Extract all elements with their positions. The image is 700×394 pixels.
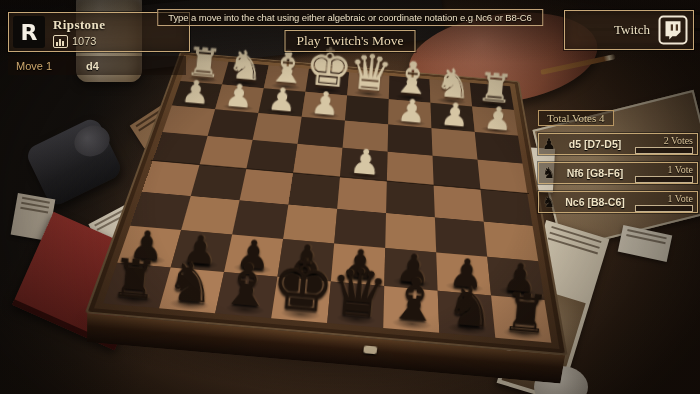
black-knight: ♞: [443, 280, 495, 335]
ripstone-logo: R: [13, 16, 45, 48]
black-bishop: ♝: [385, 271, 442, 331]
white-pawn: ♟: [309, 87, 340, 119]
square-g8[interactable]: ♞: [159, 267, 224, 313]
black-player-panel: Twitch: [564, 10, 694, 50]
knight-icon: ♞: [539, 195, 559, 210]
square-h2[interactable]: ♟: [172, 81, 222, 109]
square-d5[interactable]: [337, 177, 387, 213]
black-king: ♚: [268, 249, 337, 321]
play-twitch-move-button[interactable]: Play Twitch's Move: [285, 30, 416, 52]
square-c5[interactable]: [386, 181, 435, 217]
square-d4[interactable]: ♟: [340, 148, 388, 181]
square-c2[interactable]: ♟: [388, 99, 431, 128]
square-e5[interactable]: [288, 173, 340, 209]
vote-option-row[interactable]: ♞ Nf6 [G8-F6] 1 Vote: [538, 162, 698, 184]
white-pawn: ♟: [348, 144, 381, 179]
vote-count: 1 Vote: [668, 164, 693, 175]
votes-panel: Total Votes 4 ♟ d5 [D7-D5] 2 Votes ♞ Nf6…: [538, 108, 698, 213]
black-player-name: Twitch: [614, 22, 650, 38]
votes-header: Total Votes 4: [538, 110, 614, 126]
rating-icon: [53, 35, 68, 48]
square-c3[interactable]: [388, 124, 433, 155]
square-e3[interactable]: [298, 117, 345, 148]
twitch-logo-icon: [658, 15, 688, 45]
square-g4[interactable]: [200, 136, 253, 169]
black-bishop: ♝: [217, 256, 274, 316]
game-scene: ♜♞♝♚♛♝♞♜♟♟♟♟♟♟♟♟♟♟♟♟♟♟♟♟♜♞♝♚♛♝♞♜ R Ripst…: [0, 0, 700, 394]
square-f2[interactable]: ♟: [258, 88, 305, 117]
knight-icon: ♞: [539, 166, 559, 181]
chat-instruction-banner: Type a move into the chat using either a…: [157, 9, 543, 26]
black-rook: ♜: [108, 252, 159, 306]
vote-option-row[interactable]: ♟ d5 [D7-D5] 2 Votes: [538, 133, 698, 155]
white-pawn: ♟: [180, 75, 211, 107]
square-h3[interactable]: [163, 105, 215, 135]
square-h8[interactable]: ♜: [103, 263, 171, 309]
square-d8[interactable]: ♛: [327, 281, 384, 328]
vote-move: Nf6 [G8-F6]: [559, 167, 631, 179]
square-d2[interactable]: [345, 96, 389, 125]
square-a8[interactable]: ♜: [491, 295, 551, 342]
white-pawn: ♟: [396, 94, 427, 126]
square-f3[interactable]: [253, 113, 302, 144]
vote-option-row[interactable]: ♞ Nc6 [B8-C6] 1 Vote: [538, 191, 698, 213]
square-c8[interactable]: ♝: [383, 286, 439, 333]
square-g5[interactable]: [191, 165, 247, 201]
square-e2[interactable]: ♟: [302, 92, 347, 121]
white-pawn: ♟: [439, 98, 470, 130]
square-f5[interactable]: [240, 169, 294, 205]
black-rook: ♜: [500, 287, 551, 341]
white-pawn: ♟: [223, 79, 254, 111]
vote-move: d5 [D7-D5]: [559, 138, 631, 150]
square-e8[interactable]: ♚: [271, 277, 331, 323]
board-clasp: [363, 345, 377, 354]
vote-move: Nc6 [B8-C6]: [559, 196, 631, 208]
square-b2[interactable]: ♟: [430, 103, 474, 132]
vote-bar: [635, 176, 693, 183]
white-pawn: ♟: [482, 102, 513, 134]
board-grid: ♜♞♝♚♛♝♞♜♟♟♟♟♟♟♟♟♟♟♟♟♟♟♟♟♜♞♝♚♛♝♞♜: [103, 58, 551, 343]
square-b5[interactable]: [434, 185, 484, 221]
square-g2[interactable]: ♟: [215, 85, 264, 113]
square-d1[interactable]: ♛: [347, 72, 389, 99]
square-a5[interactable]: [480, 189, 532, 226]
vote-bar: [635, 205, 693, 212]
board-frame: ♜♞♝♚♛♝♞♜♟♟♟♟♟♟♟♟♟♟♟♟♟♟♟♟♜♞♝♚♛♝♞♜: [85, 52, 568, 356]
white-pawn: ♟: [266, 83, 297, 115]
white-queen: ♛: [346, 48, 394, 98]
black-knight: ♞: [164, 256, 216, 311]
vote-count: 2 Votes: [664, 135, 693, 146]
vote-bar: [635, 147, 693, 154]
pawn-icon: ♟: [539, 137, 559, 152]
square-f4[interactable]: [246, 140, 297, 173]
vote-count: 1 Vote: [668, 193, 693, 204]
white-move: d4: [86, 60, 99, 72]
black-queen: ♛: [326, 259, 390, 326]
square-e4[interactable]: [293, 144, 342, 177]
square-a2[interactable]: ♟: [472, 106, 518, 135]
square-h4[interactable]: [153, 132, 208, 165]
square-b3[interactable]: [431, 128, 477, 159]
white-player-rating: 1073: [72, 35, 96, 47]
square-b8[interactable]: ♞: [438, 291, 496, 338]
move-list-bar: Move 1 d4: [8, 56, 186, 75]
square-g3[interactable]: [208, 109, 259, 140]
square-c4[interactable]: [387, 152, 434, 186]
square-a3[interactable]: [475, 132, 523, 163]
move-number: Move 1: [16, 60, 52, 72]
square-h5[interactable]: [142, 161, 200, 196]
white-player-name: Ripstone: [53, 17, 105, 33]
